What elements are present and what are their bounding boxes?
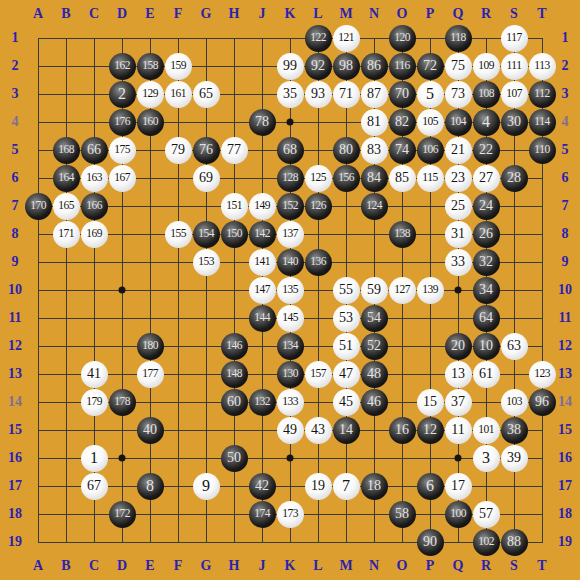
move-number: 93 (311, 87, 325, 101)
column-label-top: P (426, 6, 435, 22)
move-number: 52 (367, 339, 381, 353)
move-number: 33 (451, 255, 465, 269)
stone-black: 70 (389, 81, 416, 108)
move-number: 154 (198, 228, 214, 240)
stone-white: 93 (305, 81, 332, 108)
stone-white: 83 (361, 137, 388, 164)
stone-black: 128 (277, 165, 304, 192)
stone-white: 25 (445, 193, 472, 220)
stone-white: 125 (305, 165, 332, 192)
column-label-top: E (145, 6, 154, 22)
move-number: 9 (202, 478, 210, 494)
column-label-bottom: L (313, 558, 322, 574)
move-number: 87 (367, 87, 381, 101)
move-number: 164 (58, 172, 74, 184)
move-number: 43 (311, 423, 325, 437)
move-number: 115 (422, 172, 437, 184)
move-number: 64 (479, 311, 493, 325)
row-label-left: 11 (8, 310, 21, 326)
row-label-left: 2 (12, 58, 19, 74)
move-number: 159 (170, 60, 186, 72)
stone-white: 69 (193, 165, 220, 192)
stone-white: 33 (445, 249, 472, 276)
stone-white: 105 (417, 109, 444, 136)
row-label-left: 16 (8, 450, 22, 466)
stone-white: 21 (445, 137, 472, 164)
stone-white: 77 (221, 137, 248, 164)
move-number: 99 (283, 59, 297, 73)
row-label-left: 1 (12, 30, 19, 46)
stone-white: 27 (473, 165, 500, 192)
move-number: 19 (311, 479, 325, 493)
row-label-left: 10 (8, 282, 22, 298)
move-number: 54 (367, 311, 381, 325)
row-label-left: 18 (8, 506, 22, 522)
move-number: 117 (506, 32, 521, 44)
move-number: 61 (479, 367, 493, 381)
move-number: 11 (451, 423, 464, 437)
move-number: 179 (86, 396, 102, 408)
stone-white: 175 (109, 137, 136, 164)
stone-black: 10 (473, 333, 500, 360)
move-number: 144 (254, 312, 270, 324)
column-label-top: L (313, 6, 322, 22)
stone-black: 46 (361, 389, 388, 416)
stone-white: 63 (501, 333, 528, 360)
move-number: 7 (342, 478, 350, 494)
stone-black: 52 (361, 333, 388, 360)
move-number: 37 (451, 395, 465, 409)
stone-white: 49 (277, 417, 304, 444)
stone-white: 45 (333, 389, 360, 416)
stone-white: 147 (249, 277, 276, 304)
stone-white: 19 (305, 473, 332, 500)
column-label-bottom: C (89, 558, 99, 574)
move-number: 39 (507, 451, 521, 465)
stone-black: 170 (25, 193, 52, 220)
stone-white: 157 (305, 361, 332, 388)
stone-white: 141 (249, 249, 276, 276)
move-number: 3 (482, 450, 490, 466)
row-label-right: 15 (558, 422, 572, 438)
move-number: 65 (199, 87, 213, 101)
go-board[interactable]: AABBCCDDEEFFGGHHJJKKLLMMNNOOPPQQRRSSTT11… (0, 0, 580, 580)
stone-black: 2 (109, 81, 136, 108)
stone-black: 80 (333, 137, 360, 164)
move-number: 63 (507, 339, 521, 353)
stone-white: 47 (333, 361, 360, 388)
move-number: 167 (114, 172, 130, 184)
move-number: 174 (254, 508, 270, 520)
column-label-top: T (537, 6, 546, 22)
move-number: 15 (423, 395, 437, 409)
move-number: 50 (227, 451, 241, 465)
stone-white: 9 (193, 473, 220, 500)
move-number: 70 (395, 87, 409, 101)
stone-black: 146 (221, 333, 248, 360)
move-number: 152 (282, 200, 298, 212)
stone-black: 40 (137, 417, 164, 444)
row-label-right: 2 (562, 58, 569, 74)
stone-black: 166 (81, 193, 108, 220)
stone-white: 123 (529, 361, 556, 388)
stone-black: 96 (529, 389, 556, 416)
column-label-top: A (33, 6, 43, 22)
row-label-right: 9 (562, 254, 569, 270)
row-label-left: 14 (8, 394, 22, 410)
column-label-top: J (259, 6, 266, 22)
stone-white: 55 (333, 277, 360, 304)
move-number: 38 (507, 423, 521, 437)
stone-white: 99 (277, 53, 304, 80)
row-label-left: 4 (12, 114, 19, 130)
column-label-bottom: E (145, 558, 154, 574)
move-number: 35 (283, 87, 297, 101)
stone-black: 26 (473, 221, 500, 248)
move-number: 78 (255, 115, 269, 129)
move-number: 71 (339, 87, 353, 101)
column-label-bottom: A (33, 558, 43, 574)
stone-white: 37 (445, 389, 472, 416)
stone-white: 139 (417, 277, 444, 304)
stone-white: 81 (361, 109, 388, 136)
move-number: 57 (479, 507, 493, 521)
move-number: 26 (479, 227, 493, 241)
row-label-left: 3 (12, 86, 19, 102)
stone-white: 129 (137, 81, 164, 108)
move-number: 104 (450, 116, 466, 128)
move-number: 66 (87, 143, 101, 157)
stone-white: 155 (165, 221, 192, 248)
column-label-top: Q (453, 6, 464, 22)
stone-black: 144 (249, 305, 276, 332)
move-number: 125 (310, 172, 326, 184)
stone-black: 152 (277, 193, 304, 220)
stone-white: 109 (473, 53, 500, 80)
move-number: 96 (535, 395, 549, 409)
stone-black: 6 (417, 473, 444, 500)
column-label-bottom: F (174, 558, 183, 574)
stone-white: 107 (501, 81, 528, 108)
row-label-right: 12 (558, 338, 572, 354)
move-number: 124 (366, 200, 382, 212)
row-label-left: 6 (12, 170, 19, 186)
stone-white: 57 (473, 501, 500, 528)
row-label-right: 11 (558, 310, 571, 326)
stone-black: 162 (109, 53, 136, 80)
stone-white: 85 (389, 165, 416, 192)
move-number: 83 (367, 143, 381, 157)
move-number: 42 (255, 479, 269, 493)
stone-black: 78 (249, 109, 276, 136)
column-label-top: N (369, 6, 379, 22)
move-number: 139 (422, 284, 438, 296)
stone-black: 16 (389, 417, 416, 444)
stone-black: 82 (389, 109, 416, 136)
stone-black: 164 (53, 165, 80, 192)
row-label-right: 10 (558, 282, 572, 298)
move-number: 14 (339, 423, 353, 437)
column-label-bottom: O (397, 558, 408, 574)
row-label-right: 3 (562, 86, 569, 102)
stone-white: 103 (501, 389, 528, 416)
stone-black: 168 (53, 137, 80, 164)
move-number: 110 (534, 144, 549, 156)
stone-black: 142 (249, 221, 276, 248)
stone-white: 169 (81, 221, 108, 248)
stone-white: 145 (277, 305, 304, 332)
stone-black: 126 (305, 193, 332, 220)
stone-white: 179 (81, 389, 108, 416)
row-label-right: 5 (562, 142, 569, 158)
move-number: 2 (118, 86, 126, 102)
stone-white: 53 (333, 305, 360, 332)
stone-black: 158 (137, 53, 164, 80)
stone-white: 87 (361, 81, 388, 108)
stone-black: 112 (529, 81, 556, 108)
row-label-left: 15 (8, 422, 22, 438)
stone-black: 132 (249, 389, 276, 416)
stone-black: 90 (417, 529, 444, 556)
column-label-bottom: B (61, 558, 70, 574)
move-number: 176 (114, 116, 130, 128)
column-label-bottom: T (537, 558, 546, 574)
move-number: 47 (339, 367, 353, 381)
move-number: 127 (394, 284, 410, 296)
stone-white: 1 (81, 445, 108, 472)
stone-black: 150 (221, 221, 248, 248)
move-number: 178 (114, 396, 130, 408)
stone-black: 160 (137, 109, 164, 136)
move-number: 147 (254, 284, 270, 296)
move-number: 48 (367, 367, 381, 381)
stone-black: 116 (389, 53, 416, 80)
stone-white: 165 (53, 193, 80, 220)
stone-white: 75 (445, 53, 472, 80)
stone-white: 59 (361, 277, 388, 304)
stone-black: 20 (445, 333, 472, 360)
move-number: 155 (170, 228, 186, 240)
move-number: 30 (507, 115, 521, 129)
move-number: 74 (395, 143, 409, 157)
move-number: 98 (339, 59, 353, 73)
column-label-top: K (285, 6, 296, 22)
move-number: 68 (283, 143, 297, 157)
move-number: 6 (426, 478, 434, 494)
stone-white: 15 (417, 389, 444, 416)
move-number: 168 (58, 144, 74, 156)
move-number: 55 (339, 283, 353, 297)
stone-white: 7 (333, 473, 360, 500)
move-number: 151 (226, 200, 242, 212)
move-number: 100 (450, 508, 466, 520)
row-label-right: 16 (558, 450, 572, 466)
move-number: 59 (367, 283, 381, 297)
stone-white: 67 (81, 473, 108, 500)
stone-black: 110 (529, 137, 556, 164)
stone-white: 159 (165, 53, 192, 80)
column-label-top: F (174, 6, 183, 22)
row-label-right: 7 (562, 198, 569, 214)
move-number: 157 (310, 368, 326, 380)
row-label-left: 7 (12, 198, 19, 214)
stone-black: 134 (277, 333, 304, 360)
move-number: 156 (338, 172, 354, 184)
move-number: 31 (451, 227, 465, 241)
move-number: 32 (479, 255, 493, 269)
stone-white: 111 (501, 53, 528, 80)
stone-black: 28 (501, 165, 528, 192)
stone-white: 31 (445, 221, 472, 248)
move-number: 86 (367, 59, 381, 73)
stone-black: 98 (333, 53, 360, 80)
stone-white: 61 (473, 361, 500, 388)
stone-black: 172 (109, 501, 136, 528)
stone-black: 104 (445, 109, 472, 136)
move-number: 46 (367, 395, 381, 409)
stone-black: 64 (473, 305, 500, 332)
column-label-top: D (117, 6, 127, 22)
stone-black: 88 (501, 529, 528, 556)
move-number: 85 (395, 171, 409, 185)
move-number: 58 (395, 507, 409, 521)
move-number: 24 (479, 199, 493, 213)
row-label-left: 5 (12, 142, 19, 158)
stone-black: 86 (361, 53, 388, 80)
stone-black: 34 (473, 277, 500, 304)
stone-black: 30 (501, 109, 528, 136)
stone-white: 151 (221, 193, 248, 220)
column-label-bottom: H (229, 558, 240, 574)
column-label-top: B (61, 6, 70, 22)
column-label-top: R (481, 6, 491, 22)
move-number: 80 (339, 143, 353, 157)
move-number: 81 (367, 115, 381, 129)
move-number: 108 (478, 88, 494, 100)
row-label-right: 19 (558, 534, 572, 550)
move-number: 107 (506, 88, 522, 100)
stone-white: 3 (473, 445, 500, 472)
move-number: 173 (282, 508, 298, 520)
row-label-left: 17 (8, 478, 22, 494)
move-number: 128 (282, 172, 298, 184)
stone-black: 66 (81, 137, 108, 164)
row-label-left: 9 (12, 254, 19, 270)
move-number: 1 (90, 450, 98, 466)
stone-black: 156 (333, 165, 360, 192)
column-label-top: S (510, 6, 518, 22)
move-number: 138 (394, 228, 410, 240)
move-number: 166 (86, 200, 102, 212)
stone-black: 58 (389, 501, 416, 528)
move-number: 116 (394, 60, 409, 72)
stone-white: 149 (249, 193, 276, 220)
stone-black: 130 (277, 361, 304, 388)
move-number: 163 (86, 172, 102, 184)
move-number: 69 (199, 171, 213, 185)
row-label-right: 4 (562, 114, 569, 130)
stone-white: 153 (193, 249, 220, 276)
stone-white: 79 (165, 137, 192, 164)
stone-white: 13 (445, 361, 472, 388)
row-label-right: 1 (562, 30, 569, 46)
move-number: 180 (142, 340, 158, 352)
move-number: 172 (114, 508, 130, 520)
stone-black: 12 (417, 417, 444, 444)
row-label-right: 14 (558, 394, 572, 410)
stone-black: 176 (109, 109, 136, 136)
column-label-bottom: S (510, 558, 518, 574)
move-number: 88 (507, 535, 521, 549)
column-label-bottom: K (285, 558, 296, 574)
stone-white: 121 (333, 25, 360, 52)
move-number: 12 (423, 423, 437, 437)
stone-black: 154 (193, 221, 220, 248)
move-number: 150 (226, 228, 242, 240)
stone-black: 102 (473, 529, 500, 556)
move-number: 84 (367, 171, 381, 185)
stone-black: 14 (333, 417, 360, 444)
move-number: 113 (534, 60, 549, 72)
move-number: 177 (142, 368, 158, 380)
move-number: 103 (506, 396, 522, 408)
stone-black: 72 (417, 53, 444, 80)
move-number: 140 (282, 256, 298, 268)
stone-white: 127 (389, 277, 416, 304)
move-number: 170 (30, 200, 46, 212)
move-number: 105 (422, 116, 438, 128)
stone-black: 92 (305, 53, 332, 80)
stone-white: 171 (53, 221, 80, 248)
column-label-top: G (201, 6, 212, 22)
move-number: 90 (423, 535, 437, 549)
column-label-bottom: R (481, 558, 491, 574)
row-label-right: 18 (558, 506, 572, 522)
move-number: 158 (142, 60, 158, 72)
move-number: 5 (426, 86, 434, 102)
move-number: 133 (282, 396, 298, 408)
move-number: 118 (450, 32, 465, 44)
move-number: 34 (479, 283, 493, 297)
move-number: 121 (338, 32, 354, 44)
move-number: 161 (170, 88, 186, 100)
stone-black: 124 (361, 193, 388, 220)
stone-black: 106 (417, 137, 444, 164)
move-number: 53 (339, 311, 353, 325)
move-number: 23 (451, 171, 465, 185)
move-number: 51 (339, 339, 353, 353)
stone-black: 18 (361, 473, 388, 500)
stone-black: 76 (193, 137, 220, 164)
move-number: 16 (395, 423, 409, 437)
column-label-top: M (339, 6, 352, 22)
stone-black: 54 (361, 305, 388, 332)
stone-black: 174 (249, 501, 276, 528)
stone-white: 65 (193, 81, 220, 108)
move-number: 72 (423, 59, 437, 73)
move-number: 41 (87, 367, 101, 381)
move-number: 137 (282, 228, 298, 240)
move-number: 129 (142, 88, 158, 100)
stone-white: 135 (277, 277, 304, 304)
column-label-bottom: G (201, 558, 212, 574)
stone-white: 177 (137, 361, 164, 388)
stone-white: 115 (417, 165, 444, 192)
stone-black: 138 (389, 221, 416, 248)
stone-black: 136 (305, 249, 332, 276)
column-label-top: O (397, 6, 408, 22)
stone-black: 122 (305, 25, 332, 52)
